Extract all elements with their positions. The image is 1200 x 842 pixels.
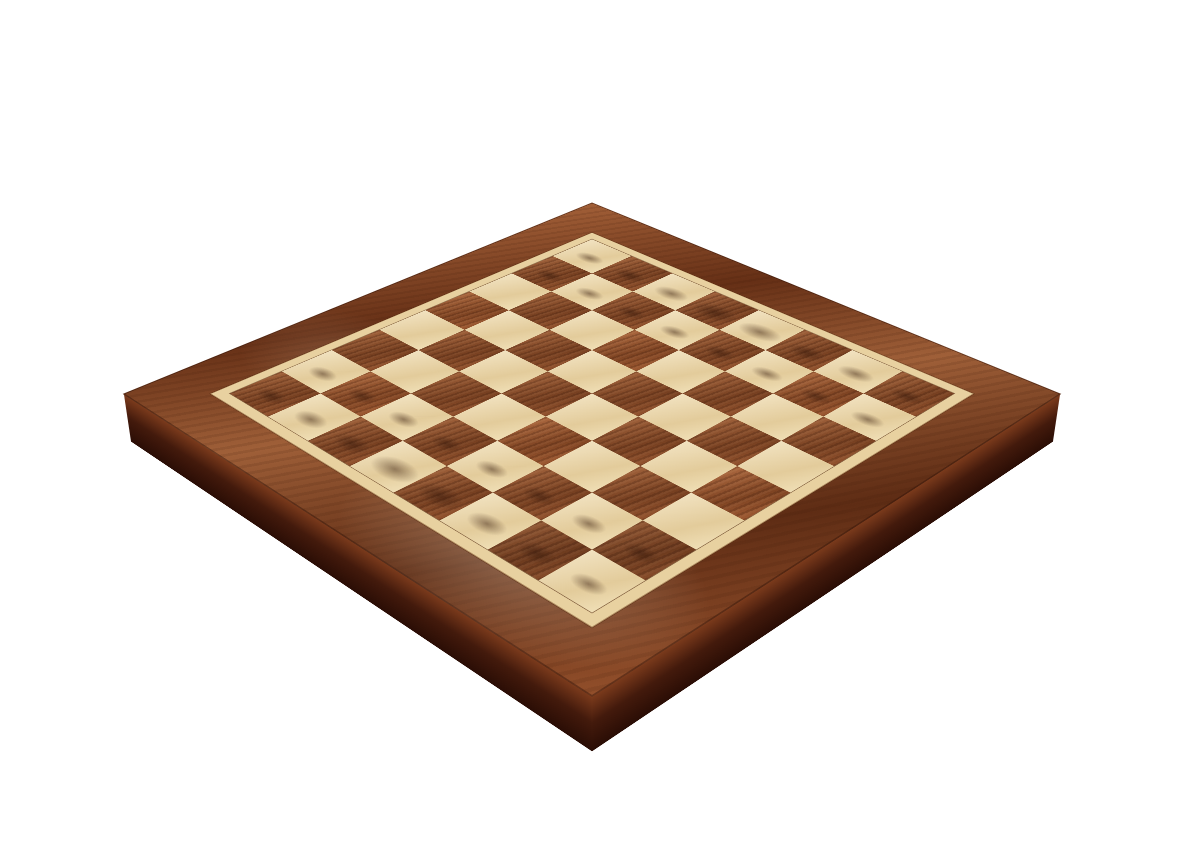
white-pawn-glyph: ♟ bbox=[821, 302, 919, 429]
black-rook-glyph: ♜ bbox=[534, 445, 650, 595]
chess-board: ♜♞♟♝♟♚♟♛♟♝♟♞♟♟♜♟♟♜♟♟♞♟♝♟♚♟♛♟♝♟♞♜ bbox=[122, 202, 1061, 697]
photo-stage: ♜♞♟♝♟♚♟♛♟♝♟♞♟♟♜♟♟♜♟♟♞♟♝♟♚♟♛♟♝♟♞♜ bbox=[0, 0, 1200, 842]
